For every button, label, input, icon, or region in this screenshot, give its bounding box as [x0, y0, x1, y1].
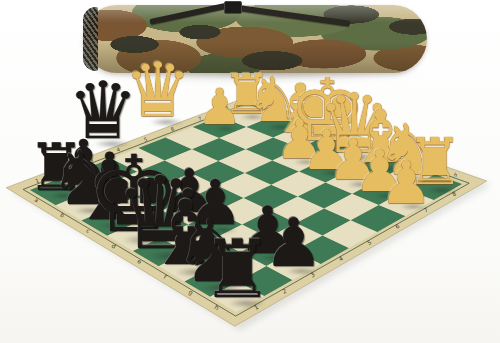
piece-shadow — [118, 233, 176, 247]
piece-shadow — [264, 123, 298, 131]
piece-black-king-d1: ♚ — [86, 143, 181, 249]
piece-shadow — [212, 126, 239, 132]
piece-shadow — [198, 282, 246, 293]
piece-shadow — [344, 181, 375, 188]
piece-shadow — [291, 159, 321, 166]
piece-shadow — [75, 181, 106, 188]
piece-shadow — [318, 170, 348, 177]
pieces-layer: ♜♛♞♟♝♛♚♛♟♝♟♞♟♟♜♟♜♟♟♞♟♝♟♚♟♛♟♝♞♜ — [0, 0, 500, 343]
piece-shadow — [144, 249, 199, 262]
piece-shadow — [424, 186, 460, 194]
piece-shadow — [180, 212, 213, 220]
piece-shadow — [46, 191, 82, 200]
piece-shadow — [314, 141, 362, 152]
piece-shadow — [146, 117, 187, 127]
piece-shadow — [397, 175, 435, 184]
chess-set-photo: aabbccddeeffgghh1122334455667788 ♜♛♞♟♝♛♚… — [0, 0, 500, 343]
piece-shadow — [71, 206, 112, 216]
piece-shadow — [283, 267, 320, 276]
piece-shadow — [290, 133, 327, 142]
piece-shadow — [225, 298, 269, 308]
piece-shadow — [341, 153, 386, 164]
piece-shadow — [95, 220, 140, 231]
piece-shadow — [172, 266, 221, 278]
piece-shadow — [101, 196, 133, 204]
piece-shadow — [370, 164, 410, 173]
piece-shadow — [397, 203, 430, 211]
piece-shadow — [206, 225, 240, 233]
piece-shadow — [371, 192, 403, 200]
piece-shadow — [257, 253, 293, 261]
piece-shadow — [91, 139, 135, 149]
piece-shadow — [238, 114, 268, 121]
